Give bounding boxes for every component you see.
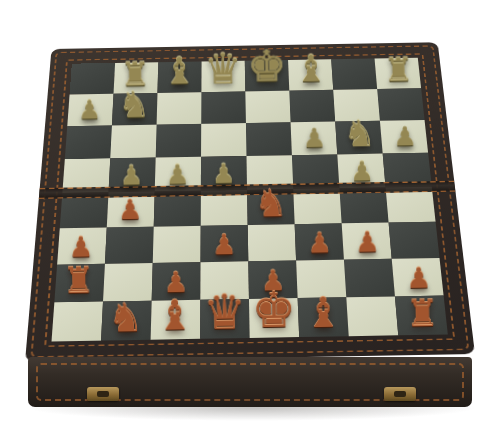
piece-brass-pawn-h6[interactable]: ♟: [382, 124, 428, 151]
piece-copper-pawn-f3[interactable]: ♟: [296, 229, 344, 258]
square-g8[interactable]: [331, 58, 377, 89]
square-b3[interactable]: [105, 227, 154, 264]
square-h3[interactable]: [389, 222, 440, 259]
square-c6[interactable]: [156, 124, 202, 158]
square-b1[interactable]: ♞: [101, 301, 152, 341]
square-a8[interactable]: [70, 63, 115, 95]
square-b4[interactable]: ♟: [107, 192, 155, 228]
drop-shadow: [26, 399, 478, 421]
square-a7[interactable]: ♟: [67, 94, 113, 127]
square-d3[interactable]: ♟: [201, 225, 249, 262]
piece-copper-king-e1[interactable]: ♚: [249, 284, 299, 334]
square-d5[interactable]: ♟: [201, 156, 247, 191]
chess-board: ♜♝♛♚♝♜♟♞♟♞♟♟♟♟♟♟♞♟♟♟♟♜♟♟♟♞♝♛♚♝♜: [25, 42, 475, 362]
piece-copper-queen-d1[interactable]: ♛: [199, 287, 249, 335]
square-f3[interactable]: ♟: [295, 223, 344, 260]
square-e3[interactable]: [248, 224, 296, 261]
square-f8[interactable]: ♝: [288, 59, 333, 90]
piece-brass-pawn-b5[interactable]: ♟: [108, 162, 155, 190]
square-d1[interactable]: ♛: [200, 299, 250, 339]
square-c8[interactable]: ♝: [157, 61, 201, 93]
square-d6[interactable]: [201, 123, 246, 157]
piece-brass-knight-b7[interactable]: ♞: [111, 86, 156, 122]
square-a1[interactable]: [52, 302, 104, 342]
piece-copper-knight-b1[interactable]: ♞: [101, 297, 151, 337]
square-h7[interactable]: [377, 88, 424, 120]
piece-copper-pawn-d3[interactable]: ♟: [200, 231, 248, 260]
square-g5[interactable]: ♟: [337, 154, 385, 189]
piece-copper-pawn-g3[interactable]: ♟: [343, 228, 391, 257]
square-f7[interactable]: [289, 90, 335, 123]
square-b7[interactable]: ♞: [112, 93, 158, 126]
square-g3[interactable]: ♟: [342, 223, 392, 260]
piece-copper-pawn-b4[interactable]: ♟: [106, 197, 153, 225]
piece-copper-bishop-c1[interactable]: ♝: [150, 294, 200, 336]
square-e7[interactable]: [245, 91, 290, 124]
square-d7[interactable]: [201, 91, 246, 124]
square-b6[interactable]: [110, 125, 156, 159]
product-photo-chess-set: ♜♝♛♚♝♜♟♞♟♞♟♟♟♟♟♟♞♟♟♟♟♜♟♟♟♞♝♛♚♝♜: [0, 0, 500, 431]
piece-brass-pawn-g5[interactable]: ♟: [339, 158, 386, 186]
piece-brass-pawn-c5[interactable]: ♟: [154, 161, 201, 189]
piece-copper-pawn-h2[interactable]: ♟: [394, 264, 443, 293]
square-h1[interactable]: ♜: [395, 296, 448, 336]
board-surface: ♜♝♛♚♝♜♟♞♟♞♟♟♟♟♟♟♞♟♟♟♟♜♟♟♟♞♝♛♚♝♜: [52, 58, 448, 342]
piece-brass-king-e8[interactable]: ♚: [245, 44, 290, 89]
square-a6[interactable]: [65, 125, 112, 159]
piece-brass-bishop-c8[interactable]: ♝: [157, 53, 202, 91]
square-h2[interactable]: ♟: [392, 258, 444, 296]
square-c5[interactable]: ♟: [155, 157, 201, 192]
piece-copper-pawn-a3[interactable]: ♟: [57, 233, 105, 262]
piece-brass-bishop-f8[interactable]: ♝: [289, 51, 334, 89]
piece-brass-pawn-f6[interactable]: ♟: [291, 125, 337, 152]
piece-brass-pawn-d5[interactable]: ♟: [200, 160, 247, 188]
piece-copper-knight-e4[interactable]: ♞: [247, 184, 295, 222]
piece-brass-knight-g6[interactable]: ♞: [336, 115, 382, 152]
square-g6[interactable]: ♞: [335, 121, 382, 155]
square-f1[interactable]: ♝: [298, 297, 349, 337]
square-e6[interactable]: [246, 122, 292, 156]
square-c7[interactable]: [157, 92, 202, 125]
square-g1[interactable]: [346, 296, 398, 336]
piece-copper-rook-a2[interactable]: ♜: [54, 262, 103, 299]
square-g2[interactable]: [344, 259, 395, 297]
piece-brass-rook-h8[interactable]: ♜: [376, 53, 420, 86]
piece-copper-bishop-f1[interactable]: ♝: [298, 292, 348, 334]
square-e4[interactable]: ♞: [247, 189, 295, 225]
square-h6[interactable]: ♟: [380, 120, 428, 154]
piece-brass-queen-d8[interactable]: ♛: [201, 47, 246, 90]
square-d8[interactable]: ♛: [201, 61, 245, 93]
square-b5[interactable]: ♟: [109, 158, 156, 193]
piece-brass-pawn-a7[interactable]: ♟: [67, 97, 112, 124]
square-h8[interactable]: ♜: [375, 58, 422, 89]
piece-copper-rook-h1[interactable]: ♜: [397, 295, 447, 332]
square-c3[interactable]: [153, 226, 201, 263]
square-c1[interactable]: ♝: [151, 300, 201, 340]
square-f6[interactable]: ♟: [291, 122, 338, 156]
square-a2[interactable]: ♜: [54, 264, 105, 303]
square-e8[interactable]: ♚: [245, 60, 289, 92]
square-e1[interactable]: ♚: [249, 298, 299, 338]
